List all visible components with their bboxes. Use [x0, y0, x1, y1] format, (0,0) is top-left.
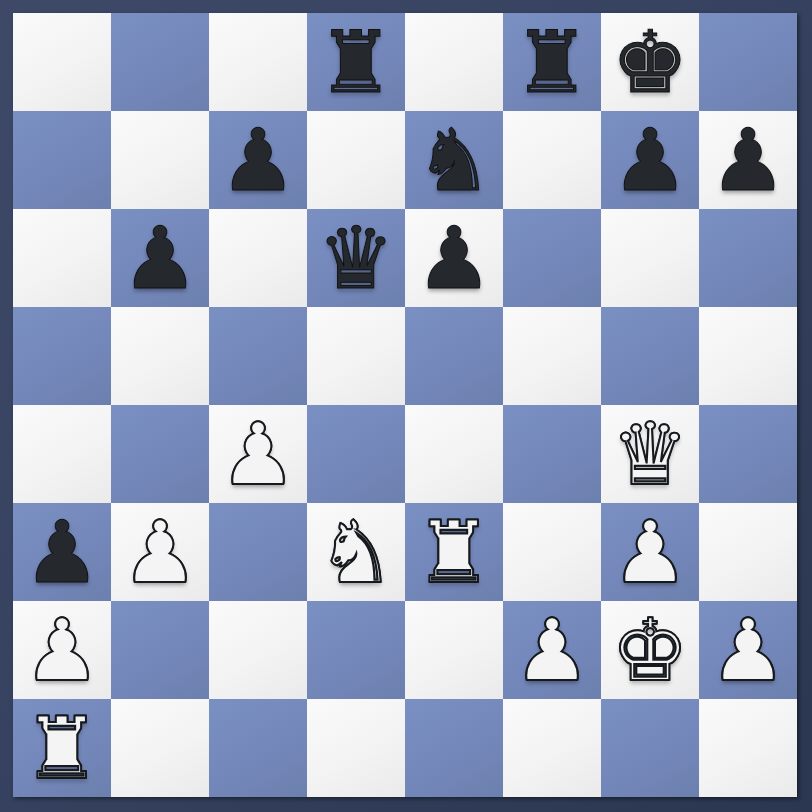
square-a4[interactable]	[13, 405, 111, 503]
square-h4[interactable]	[699, 405, 797, 503]
black-rook[interactable]: ♜	[513, 13, 590, 111]
white-pawn[interactable]: ♟	[611, 503, 688, 601]
square-b6[interactable]: ♟	[111, 209, 209, 307]
white-rook[interactable]: ♜	[415, 503, 492, 601]
square-g1[interactable]	[601, 699, 699, 797]
square-b2[interactable]	[111, 601, 209, 699]
square-c8[interactable]	[209, 13, 307, 111]
square-e7[interactable]: ♞	[405, 111, 503, 209]
square-b1[interactable]	[111, 699, 209, 797]
square-d8[interactable]: ♜	[307, 13, 405, 111]
square-d5[interactable]	[307, 307, 405, 405]
square-e1[interactable]	[405, 699, 503, 797]
square-f3[interactable]	[503, 503, 601, 601]
white-pawn[interactable]: ♟	[219, 405, 296, 503]
black-pawn[interactable]: ♟	[121, 209, 198, 307]
square-g8[interactable]: ♚	[601, 13, 699, 111]
square-e6[interactable]: ♟	[405, 209, 503, 307]
square-h8[interactable]	[699, 13, 797, 111]
square-h2[interactable]: ♟	[699, 601, 797, 699]
black-rook[interactable]: ♜	[317, 13, 394, 111]
square-c5[interactable]	[209, 307, 307, 405]
square-g5[interactable]	[601, 307, 699, 405]
square-d6[interactable]: ♛	[307, 209, 405, 307]
white-knight[interactable]: ♞	[317, 503, 394, 601]
square-a1[interactable]: ♜	[13, 699, 111, 797]
square-d4[interactable]	[307, 405, 405, 503]
square-b3[interactable]: ♟	[111, 503, 209, 601]
chess-board: ♜♜♚♟♞♟♟♟♛♟♟♛♟♟♞♜♟♟♟♚♟♜	[13, 13, 797, 797]
square-g6[interactable]	[601, 209, 699, 307]
square-e4[interactable]	[405, 405, 503, 503]
square-c3[interactable]	[209, 503, 307, 601]
black-pawn[interactable]: ♟	[219, 111, 296, 209]
white-pawn[interactable]: ♟	[709, 601, 786, 699]
square-d1[interactable]	[307, 699, 405, 797]
black-pawn[interactable]: ♟	[415, 209, 492, 307]
square-f1[interactable]	[503, 699, 601, 797]
square-c2[interactable]	[209, 601, 307, 699]
square-c4[interactable]: ♟	[209, 405, 307, 503]
square-d3[interactable]: ♞	[307, 503, 405, 601]
square-c6[interactable]	[209, 209, 307, 307]
square-h6[interactable]	[699, 209, 797, 307]
white-pawn[interactable]: ♟	[513, 601, 590, 699]
square-f6[interactable]	[503, 209, 601, 307]
square-c7[interactable]: ♟	[209, 111, 307, 209]
square-g4[interactable]: ♛	[601, 405, 699, 503]
square-f8[interactable]: ♜	[503, 13, 601, 111]
square-a5[interactable]	[13, 307, 111, 405]
square-e8[interactable]	[405, 13, 503, 111]
square-b8[interactable]	[111, 13, 209, 111]
white-pawn[interactable]: ♟	[121, 503, 198, 601]
black-pawn[interactable]: ♟	[611, 111, 688, 209]
square-a3[interactable]: ♟	[13, 503, 111, 601]
square-b4[interactable]	[111, 405, 209, 503]
square-d7[interactable]	[307, 111, 405, 209]
chess-board-frame: ♜♜♚♟♞♟♟♟♛♟♟♛♟♟♞♜♟♟♟♚♟♜	[0, 0, 812, 812]
square-a2[interactable]: ♟	[13, 601, 111, 699]
square-d2[interactable]	[307, 601, 405, 699]
square-h5[interactable]	[699, 307, 797, 405]
square-f2[interactable]: ♟	[503, 601, 601, 699]
white-queen[interactable]: ♛	[611, 405, 688, 503]
square-e5[interactable]	[405, 307, 503, 405]
black-pawn[interactable]: ♟	[709, 111, 786, 209]
square-g2[interactable]: ♚	[601, 601, 699, 699]
black-queen[interactable]: ♛	[317, 209, 394, 307]
square-f7[interactable]	[503, 111, 601, 209]
square-e2[interactable]	[405, 601, 503, 699]
square-a6[interactable]	[13, 209, 111, 307]
square-h1[interactable]	[699, 699, 797, 797]
square-b5[interactable]	[111, 307, 209, 405]
black-knight[interactable]: ♞	[415, 111, 492, 209]
square-g3[interactable]: ♟	[601, 503, 699, 601]
square-h7[interactable]: ♟	[699, 111, 797, 209]
white-pawn[interactable]: ♟	[23, 601, 100, 699]
square-b7[interactable]	[111, 111, 209, 209]
square-f4[interactable]	[503, 405, 601, 503]
square-e3[interactable]: ♜	[405, 503, 503, 601]
black-king[interactable]: ♚	[611, 13, 688, 111]
square-h3[interactable]	[699, 503, 797, 601]
square-a7[interactable]	[13, 111, 111, 209]
white-king[interactable]: ♚	[611, 601, 688, 699]
square-c1[interactable]	[209, 699, 307, 797]
black-pawn[interactable]: ♟	[23, 503, 100, 601]
white-rook[interactable]: ♜	[23, 699, 100, 797]
square-a8[interactable]	[13, 13, 111, 111]
square-g7[interactable]: ♟	[601, 111, 699, 209]
square-f5[interactable]	[503, 307, 601, 405]
